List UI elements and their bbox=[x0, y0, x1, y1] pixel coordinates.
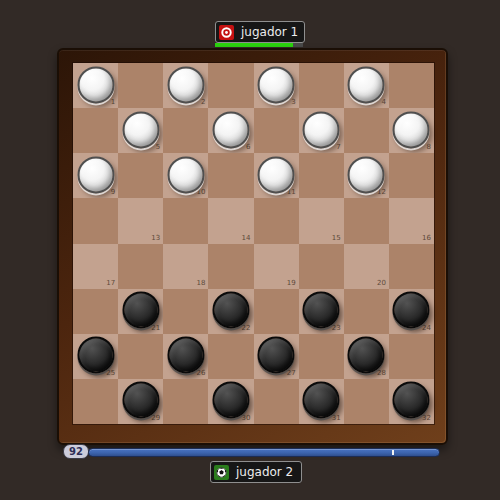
player-bottom-label: jugador 2 bbox=[210, 461, 302, 483]
square-dark[interactable] bbox=[389, 334, 434, 379]
square-number: 23 bbox=[332, 325, 341, 332]
player-top-name: jugador 1 bbox=[241, 25, 298, 39]
black-piece[interactable] bbox=[212, 382, 249, 419]
square-dark[interactable] bbox=[389, 153, 434, 198]
checkers-board: 1234567891011121314151617181920212223242… bbox=[57, 48, 448, 445]
square-number: 18 bbox=[196, 280, 205, 287]
square-20[interactable]: 20 bbox=[344, 244, 389, 289]
square-dark[interactable] bbox=[118, 153, 163, 198]
white-piece[interactable] bbox=[167, 156, 204, 193]
square-number: 26 bbox=[196, 370, 205, 377]
square-27[interactable]: 27 bbox=[254, 334, 299, 379]
black-piece[interactable] bbox=[212, 292, 249, 329]
square-number: 28 bbox=[377, 370, 386, 377]
square-dark[interactable] bbox=[118, 244, 163, 289]
square-13[interactable]: 13 bbox=[118, 198, 163, 243]
square-6[interactable]: 6 bbox=[208, 108, 253, 153]
white-piece[interactable] bbox=[122, 111, 159, 148]
player-top-label: jugador 1 bbox=[215, 21, 305, 43]
score-badge: 92 bbox=[63, 444, 89, 459]
square-dark[interactable] bbox=[208, 244, 253, 289]
square-dark[interactable] bbox=[73, 289, 118, 334]
black-piece[interactable] bbox=[303, 382, 340, 419]
square-8[interactable]: 8 bbox=[389, 108, 434, 153]
square-number: 31 bbox=[332, 415, 341, 422]
square-11[interactable]: 11 bbox=[254, 153, 299, 198]
square-30[interactable]: 30 bbox=[208, 379, 253, 424]
square-number: 4 bbox=[381, 99, 385, 106]
black-piece[interactable] bbox=[393, 292, 430, 329]
square-number: 10 bbox=[196, 189, 205, 196]
square-9[interactable]: 9 bbox=[73, 153, 118, 198]
white-piece[interactable] bbox=[303, 111, 340, 148]
square-15[interactable]: 15 bbox=[299, 198, 344, 243]
square-12[interactable]: 12 bbox=[344, 153, 389, 198]
square-dark[interactable] bbox=[163, 198, 208, 243]
square-number: 15 bbox=[332, 235, 341, 242]
white-piece[interactable] bbox=[393, 111, 430, 148]
square-number: 14 bbox=[242, 235, 251, 242]
square-number: 24 bbox=[422, 325, 431, 332]
square-16[interactable]: 16 bbox=[389, 198, 434, 243]
black-piece[interactable] bbox=[303, 292, 340, 329]
square-dark[interactable] bbox=[73, 379, 118, 424]
checkers-game-screen: jugador 1 123456789101112131415161718192… bbox=[0, 0, 500, 500]
square-32[interactable]: 32 bbox=[389, 379, 434, 424]
square-dark[interactable] bbox=[299, 244, 344, 289]
square-dark[interactable] bbox=[163, 379, 208, 424]
white-piece[interactable] bbox=[348, 156, 385, 193]
square-7[interactable]: 7 bbox=[299, 108, 344, 153]
square-dark[interactable] bbox=[389, 244, 434, 289]
square-dark[interactable] bbox=[254, 379, 299, 424]
square-dark[interactable] bbox=[344, 108, 389, 153]
square-dark[interactable] bbox=[208, 63, 253, 108]
black-piece[interactable] bbox=[348, 337, 385, 374]
square-dark[interactable] bbox=[208, 153, 253, 198]
square-number: 5 bbox=[156, 144, 160, 151]
white-piece[interactable] bbox=[258, 156, 295, 193]
square-14[interactable]: 14 bbox=[208, 198, 253, 243]
square-26[interactable]: 26 bbox=[163, 334, 208, 379]
square-dark[interactable] bbox=[254, 289, 299, 334]
square-dark[interactable] bbox=[389, 63, 434, 108]
board-grid: 1234567891011121314151617181920212223242… bbox=[73, 63, 434, 424]
square-23[interactable]: 23 bbox=[299, 289, 344, 334]
square-dark[interactable] bbox=[118, 334, 163, 379]
white-piece[interactable] bbox=[77, 156, 114, 193]
square-number: 29 bbox=[151, 415, 160, 422]
square-2[interactable]: 2 bbox=[163, 63, 208, 108]
square-number: 20 bbox=[377, 280, 386, 287]
square-31[interactable]: 31 bbox=[299, 379, 344, 424]
square-dark[interactable] bbox=[163, 108, 208, 153]
black-piece[interactable] bbox=[258, 337, 295, 374]
square-number: 8 bbox=[427, 144, 431, 151]
square-number: 25 bbox=[106, 370, 115, 377]
square-dark[interactable] bbox=[254, 198, 299, 243]
white-piece[interactable] bbox=[348, 66, 385, 103]
square-1[interactable]: 1 bbox=[73, 63, 118, 108]
square-24[interactable]: 24 bbox=[389, 289, 434, 334]
square-number: 32 bbox=[422, 415, 431, 422]
white-piece[interactable] bbox=[167, 66, 204, 103]
square-number: 9 bbox=[111, 189, 115, 196]
square-dark[interactable] bbox=[299, 63, 344, 108]
white-piece[interactable] bbox=[77, 66, 114, 103]
square-5[interactable]: 5 bbox=[118, 108, 163, 153]
square-21[interactable]: 21 bbox=[118, 289, 163, 334]
square-dark[interactable] bbox=[73, 198, 118, 243]
square-number: 16 bbox=[422, 235, 431, 242]
square-10[interactable]: 10 bbox=[163, 153, 208, 198]
square-number: 6 bbox=[246, 144, 250, 151]
player-top-timebar-fill bbox=[215, 43, 293, 47]
black-piece[interactable] bbox=[122, 382, 159, 419]
square-number: 22 bbox=[242, 325, 251, 332]
square-18[interactable]: 18 bbox=[163, 244, 208, 289]
target-icon bbox=[219, 25, 234, 40]
player-top-timebar bbox=[215, 43, 303, 47]
soccer-ball-icon bbox=[214, 465, 229, 480]
white-piece[interactable] bbox=[258, 66, 295, 103]
square-number: 30 bbox=[242, 415, 251, 422]
square-25[interactable]: 25 bbox=[73, 334, 118, 379]
slider-thumb[interactable] bbox=[392, 450, 394, 455]
black-piece[interactable] bbox=[393, 382, 430, 419]
black-piece[interactable] bbox=[167, 337, 204, 374]
progress-slider[interactable] bbox=[88, 448, 440, 457]
square-dark[interactable] bbox=[299, 153, 344, 198]
square-number: 12 bbox=[377, 189, 386, 196]
square-number: 3 bbox=[291, 99, 295, 106]
black-piece[interactable] bbox=[77, 337, 114, 374]
white-piece[interactable] bbox=[212, 111, 249, 148]
square-dark[interactable] bbox=[344, 289, 389, 334]
square-number: 11 bbox=[287, 189, 296, 196]
square-28[interactable]: 28 bbox=[344, 334, 389, 379]
player-bottom-name: jugador 2 bbox=[236, 465, 293, 479]
square-29[interactable]: 29 bbox=[118, 379, 163, 424]
square-number: 19 bbox=[287, 280, 296, 287]
square-number: 7 bbox=[336, 144, 340, 151]
square-17[interactable]: 17 bbox=[73, 244, 118, 289]
square-dark[interactable] bbox=[254, 108, 299, 153]
square-dark[interactable] bbox=[344, 379, 389, 424]
square-dark[interactable] bbox=[299, 334, 344, 379]
square-dark[interactable] bbox=[344, 198, 389, 243]
square-number: 2 bbox=[201, 99, 205, 106]
square-dark[interactable] bbox=[118, 63, 163, 108]
square-number: 1 bbox=[111, 99, 115, 106]
square-dark[interactable] bbox=[208, 334, 253, 379]
square-number: 17 bbox=[106, 280, 115, 287]
square-4[interactable]: 4 bbox=[344, 63, 389, 108]
square-number: 13 bbox=[151, 235, 160, 242]
square-3[interactable]: 3 bbox=[254, 63, 299, 108]
black-piece[interactable] bbox=[122, 292, 159, 329]
square-number: 27 bbox=[287, 370, 296, 377]
square-19[interactable]: 19 bbox=[254, 244, 299, 289]
square-22[interactable]: 22 bbox=[208, 289, 253, 334]
square-number: 21 bbox=[151, 325, 160, 332]
square-dark[interactable] bbox=[73, 108, 118, 153]
square-dark[interactable] bbox=[163, 289, 208, 334]
